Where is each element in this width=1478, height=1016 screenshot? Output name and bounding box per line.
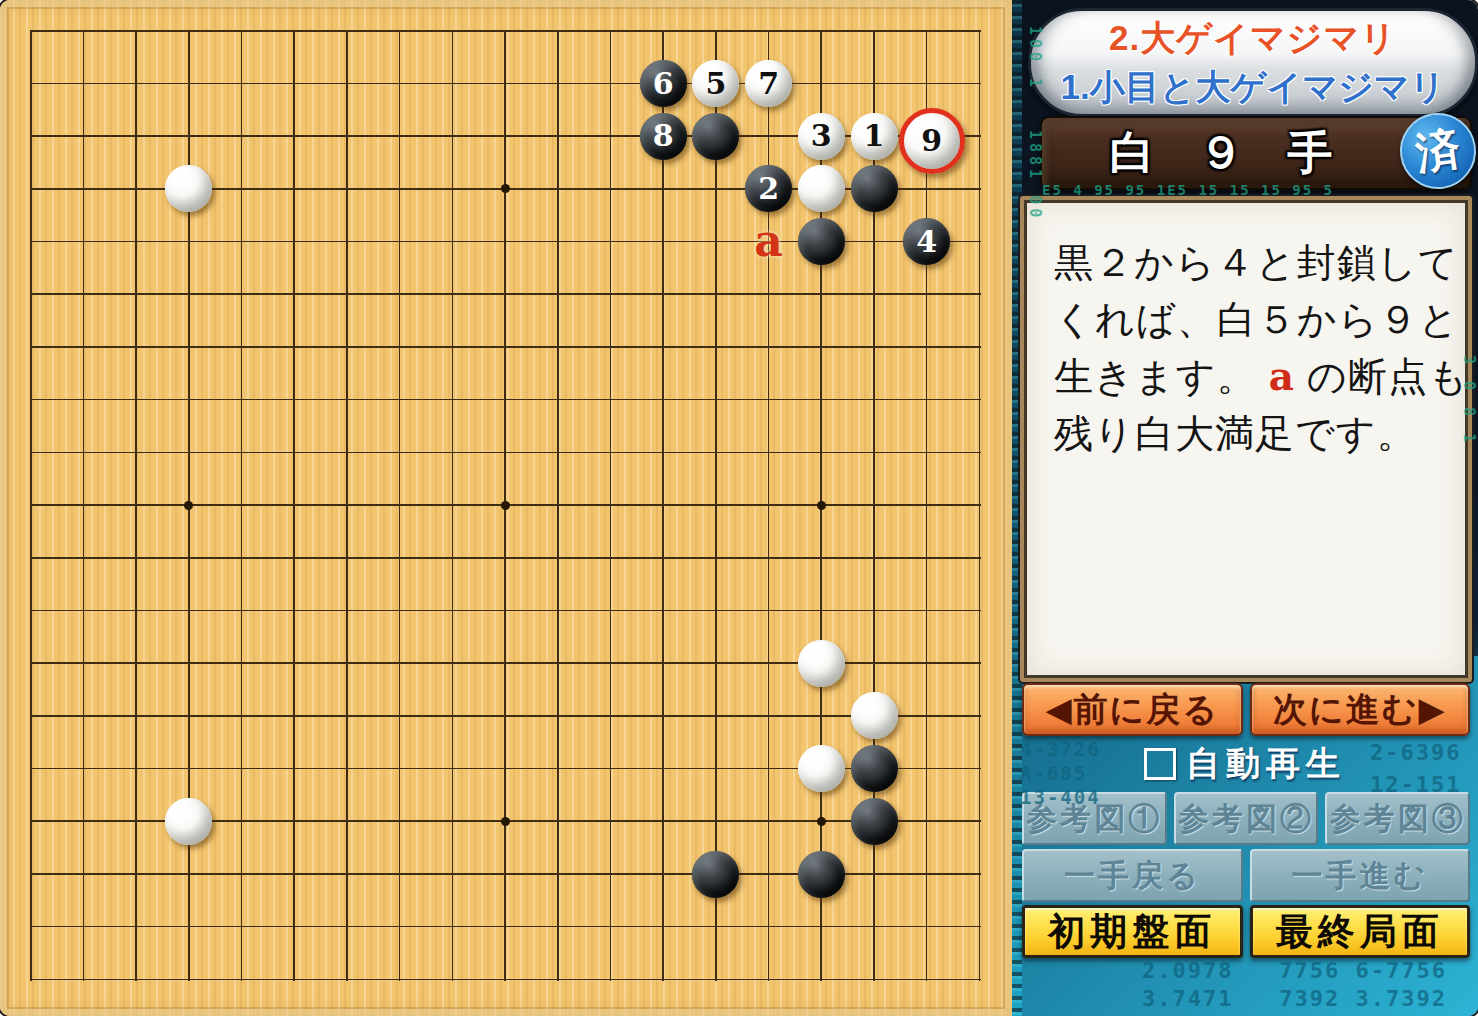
go-study-app: 657831924a 2.大ゲイマジマリ 1.小目と大ゲイマジマリ 白 ９ 手 … xyxy=(0,0,1478,1016)
black-stone xyxy=(692,113,739,160)
decorative-digits: 1881 00 xyxy=(1026,130,1044,221)
red-letter-a: a xyxy=(1269,353,1295,399)
black-stone xyxy=(851,165,898,212)
white-stone-move-1: 1 xyxy=(851,113,898,160)
black-stone-move-4: 4 xyxy=(903,218,950,265)
go-grid: 657831924a xyxy=(30,30,981,981)
black-stone xyxy=(851,798,898,845)
decorative-digits: 2-6396 xyxy=(1370,740,1461,765)
decorative-digits: E5 4 95 95 1E5 15 15 15 95 5 xyxy=(1042,182,1334,198)
hoshi-point xyxy=(184,501,193,510)
lesson-title: 2.大ゲイマジマリ xyxy=(1109,15,1397,62)
next-diagram-button[interactable]: 次に進む▶ xyxy=(1250,683,1471,736)
final-board-button[interactable]: 最終局面 xyxy=(1250,905,1471,958)
decorative-digits: 3.7471 7392 3.7392 xyxy=(1142,986,1447,1011)
lesson-title-capsule: 2.大ゲイマジマリ 1.小目と大ゲイマジマリ xyxy=(1028,8,1478,117)
step-forward-button: 一手進む xyxy=(1250,849,1471,902)
black-stone-move-8: 8 xyxy=(640,113,687,160)
reference-diagram-3-button: 参考図③ xyxy=(1325,792,1470,845)
prev-diagram-button[interactable]: ◀前に戻る xyxy=(1022,683,1243,736)
decorative-digits: 2.0978 7756 6-7756 xyxy=(1142,958,1447,983)
commentary-panel: 黒２から４と封鎖してくれば、白５から９と生きます。aの断点も残り白大満足です。 xyxy=(1020,196,1472,682)
decorative-digits: 4-3726 xyxy=(1020,738,1101,760)
commentary-line: 生きます。aの断点も xyxy=(1054,348,1444,405)
decorative-digits: A-685 xyxy=(1020,762,1087,784)
initial-board-button[interactable]: 初期盤面 xyxy=(1022,905,1243,958)
white-stone xyxy=(165,798,212,845)
black-stone-move-2: 2 xyxy=(745,165,792,212)
white-stone xyxy=(851,692,898,739)
white-stone-move-7: 7 xyxy=(745,60,792,107)
decorative-digits: 12-151 xyxy=(1370,772,1461,797)
commentary-line: 黒２から４と封鎖して xyxy=(1054,234,1444,291)
commentary-line: 残り白大満足です。 xyxy=(1054,405,1444,462)
decorative-digits: 13-404 xyxy=(1020,786,1101,808)
reference-diagram-2-button: 参考図② xyxy=(1174,792,1319,845)
white-stone xyxy=(165,165,212,212)
white-stone-move-5: 5 xyxy=(692,60,739,107)
black-stone xyxy=(798,851,845,898)
black-stone xyxy=(851,745,898,792)
autoplay-checkbox[interactable] xyxy=(1144,748,1176,780)
decorative-digits: 3 0 8 1 xyxy=(1460,355,1478,446)
commentary-line: くれば、白５から９と xyxy=(1054,291,1444,348)
hoshi-point xyxy=(817,501,826,510)
black-stone-move-6: 6 xyxy=(640,60,687,107)
decorative-digits: 100 1 xyxy=(1026,26,1044,91)
black-stone xyxy=(798,218,845,265)
board-letter-mark: a xyxy=(746,216,792,266)
step-back-button: 一手戻る xyxy=(1022,849,1243,902)
autoplay-label: 自動再生 xyxy=(1186,741,1346,787)
hoshi-point xyxy=(501,501,510,510)
hoshi-point xyxy=(817,817,826,826)
go-board[interactable]: 657831924a xyxy=(0,0,1012,1016)
white-stone xyxy=(798,640,845,687)
move-counter-text: 白 ９ 手 xyxy=(1110,123,1402,183)
hoshi-point xyxy=(501,817,510,826)
white-stone-move-3: 3 xyxy=(798,113,845,160)
hoshi-point xyxy=(501,184,510,193)
white-stone xyxy=(798,745,845,792)
white-stone-move-9: 9 xyxy=(899,108,965,174)
white-stone xyxy=(798,165,845,212)
sidebar: 2.大ゲイマジマリ 1.小目と大ゲイマジマリ 白 ９ 手 済 黒２から４と封鎖し… xyxy=(1012,0,1478,1016)
black-stone xyxy=(692,851,739,898)
lesson-subtitle: 1.小目と大ゲイマジマリ xyxy=(1061,64,1446,111)
